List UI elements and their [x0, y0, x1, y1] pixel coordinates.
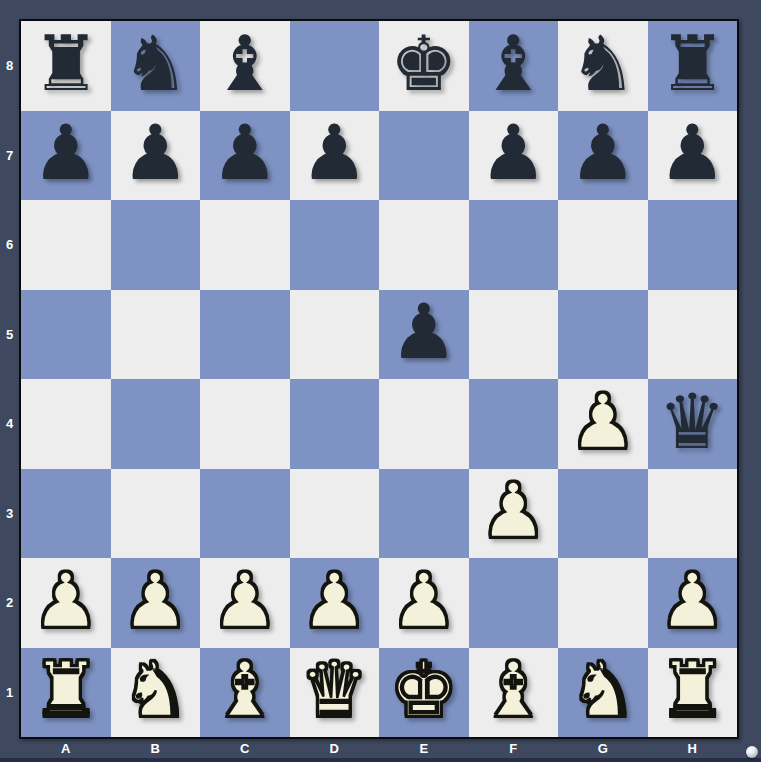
white-king[interactable]: ♚	[390, 652, 458, 728]
file-label-e: E	[379, 739, 469, 758]
black-rook[interactable]: ♜	[658, 26, 726, 102]
black-pawn[interactable]: ♟	[300, 115, 368, 191]
square-c6[interactable]	[200, 200, 290, 290]
square-c2[interactable]: ♟	[200, 558, 290, 648]
chess-diagram: 87654321 ♜♞♝♚♝♞♜♟♟♟♟♟♟♟♟♟♛♟♟♟♟♟♟♟♜♞♝♛♚♝♞…	[0, 0, 761, 762]
white-pawn[interactable]: ♟	[479, 473, 547, 549]
square-d1[interactable]: ♛	[290, 648, 380, 738]
square-c8[interactable]: ♝	[200, 21, 290, 111]
file-label-h: H	[648, 739, 738, 758]
board-frame: ♜♞♝♚♝♞♜♟♟♟♟♟♟♟♟♟♛♟♟♟♟♟♟♟♜♞♝♛♚♝♞♜	[19, 19, 739, 739]
square-d3[interactable]	[290, 469, 380, 559]
square-g6[interactable]	[558, 200, 648, 290]
file-labels: ABCDEFGH	[21, 739, 737, 758]
square-f8[interactable]: ♝	[469, 21, 559, 111]
square-b7[interactable]: ♟	[111, 111, 201, 201]
square-d8[interactable]	[290, 21, 380, 111]
rank-label-8: 8	[0, 21, 19, 111]
black-pawn[interactable]: ♟	[390, 294, 458, 370]
square-e8[interactable]: ♚	[379, 21, 469, 111]
square-e4[interactable]	[379, 379, 469, 469]
rank-label-5: 5	[0, 290, 19, 380]
square-h1[interactable]: ♜	[648, 648, 738, 738]
white-pawn[interactable]: ♟	[658, 563, 726, 639]
square-d5[interactable]	[290, 290, 380, 380]
square-e6[interactable]	[379, 200, 469, 290]
square-e3[interactable]	[379, 469, 469, 559]
square-a6[interactable]	[21, 200, 111, 290]
bottom-edge-strip	[0, 758, 761, 762]
file-label-b: B	[111, 739, 201, 758]
square-h5[interactable]	[648, 290, 738, 380]
file-label-a: A	[21, 739, 111, 758]
side-to-move-indicator	[746, 746, 758, 758]
square-h3[interactable]	[648, 469, 738, 559]
square-c3[interactable]	[200, 469, 290, 559]
rank-labels: 87654321	[0, 21, 19, 737]
black-rook[interactable]: ♜	[32, 26, 100, 102]
white-queen[interactable]: ♛	[300, 652, 368, 728]
white-pawn[interactable]: ♟	[211, 563, 279, 639]
black-knight[interactable]: ♞	[569, 26, 637, 102]
white-pawn[interactable]: ♟	[32, 563, 100, 639]
white-pawn[interactable]: ♟	[300, 563, 368, 639]
rank-label-4: 4	[0, 379, 19, 469]
black-knight[interactable]: ♞	[121, 26, 189, 102]
square-a4[interactable]	[21, 379, 111, 469]
white-pawn[interactable]: ♟	[569, 384, 637, 460]
file-label-f: F	[469, 739, 559, 758]
square-h7[interactable]: ♟	[648, 111, 738, 201]
square-b8[interactable]: ♞	[111, 21, 201, 111]
square-f2[interactable]	[469, 558, 559, 648]
rank-label-3: 3	[0, 469, 19, 559]
square-d7[interactable]: ♟	[290, 111, 380, 201]
file-label-g: G	[558, 739, 648, 758]
square-h2[interactable]: ♟	[648, 558, 738, 648]
square-b4[interactable]	[111, 379, 201, 469]
white-knight[interactable]: ♞	[569, 652, 637, 728]
square-e5[interactable]: ♟	[379, 290, 469, 380]
square-b5[interactable]	[111, 290, 201, 380]
square-a2[interactable]: ♟	[21, 558, 111, 648]
square-a8[interactable]: ♜	[21, 21, 111, 111]
white-rook[interactable]: ♜	[658, 652, 726, 728]
rank-label-7: 7	[0, 111, 19, 201]
square-f7[interactable]: ♟	[469, 111, 559, 201]
white-pawn[interactable]: ♟	[390, 563, 458, 639]
square-a5[interactable]	[21, 290, 111, 380]
chess-board: ♜♞♝♚♝♞♜♟♟♟♟♟♟♟♟♟♛♟♟♟♟♟♟♟♜♞♝♛♚♝♞♜	[21, 21, 737, 737]
square-e2[interactable]: ♟	[379, 558, 469, 648]
square-g1[interactable]: ♞	[558, 648, 648, 738]
square-h8[interactable]: ♜	[648, 21, 738, 111]
square-d2[interactable]: ♟	[290, 558, 380, 648]
square-d6[interactable]	[290, 200, 380, 290]
square-g5[interactable]	[558, 290, 648, 380]
square-a3[interactable]	[21, 469, 111, 559]
square-h4[interactable]: ♛	[648, 379, 738, 469]
white-rook[interactable]: ♜	[32, 652, 100, 728]
square-e1[interactable]: ♚	[379, 648, 469, 738]
black-bishop[interactable]: ♝	[211, 26, 279, 102]
square-g7[interactable]: ♟	[558, 111, 648, 201]
square-b1[interactable]: ♞	[111, 648, 201, 738]
square-e7[interactable]	[379, 111, 469, 201]
rank-label-1: 1	[0, 648, 19, 738]
black-pawn[interactable]: ♟	[121, 115, 189, 191]
square-c7[interactable]: ♟	[200, 111, 290, 201]
square-f3[interactable]: ♟	[469, 469, 559, 559]
black-king[interactable]: ♚	[390, 26, 458, 102]
square-a7[interactable]: ♟	[21, 111, 111, 201]
square-b2[interactable]: ♟	[111, 558, 201, 648]
square-f6[interactable]	[469, 200, 559, 290]
rank-label-2: 2	[0, 558, 19, 648]
white-bishop[interactable]: ♝	[211, 652, 279, 728]
square-f4[interactable]	[469, 379, 559, 469]
black-pawn[interactable]: ♟	[479, 115, 547, 191]
black-queen[interactable]: ♛	[658, 384, 726, 460]
black-pawn[interactable]: ♟	[569, 115, 637, 191]
square-f1[interactable]: ♝	[469, 648, 559, 738]
black-pawn[interactable]: ♟	[658, 115, 726, 191]
square-g8[interactable]: ♞	[558, 21, 648, 111]
square-h6[interactable]	[648, 200, 738, 290]
square-c5[interactable]	[200, 290, 290, 380]
square-d4[interactable]	[290, 379, 380, 469]
square-g4[interactable]: ♟	[558, 379, 648, 469]
square-f5[interactable]	[469, 290, 559, 380]
square-a1[interactable]: ♜	[21, 648, 111, 738]
file-label-c: C	[200, 739, 290, 758]
square-g3[interactable]	[558, 469, 648, 559]
black-bishop[interactable]: ♝	[479, 26, 547, 102]
black-pawn[interactable]: ♟	[211, 115, 279, 191]
square-g2[interactable]	[558, 558, 648, 648]
rank-label-6: 6	[0, 200, 19, 290]
white-pawn[interactable]: ♟	[121, 563, 189, 639]
white-bishop[interactable]: ♝	[479, 652, 547, 728]
white-knight[interactable]: ♞	[121, 652, 189, 728]
square-b3[interactable]	[111, 469, 201, 559]
black-pawn[interactable]: ♟	[32, 115, 100, 191]
file-label-d: D	[290, 739, 380, 758]
square-c1[interactable]: ♝	[200, 648, 290, 738]
square-b6[interactable]	[111, 200, 201, 290]
square-c4[interactable]	[200, 379, 290, 469]
